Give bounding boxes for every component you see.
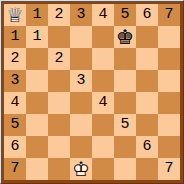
square-h7[interactable] [158, 26, 180, 48]
square-f6[interactable] [114, 48, 136, 70]
square-a1[interactable]: 7 [4, 158, 26, 180]
distance-label: 3 [70, 4, 92, 26]
square-d5[interactable]: 3 [70, 70, 92, 92]
square-c8[interactable]: 2 [48, 4, 70, 26]
square-d2[interactable] [70, 136, 92, 158]
square-g2[interactable]: 6 [136, 136, 158, 158]
square-e5[interactable] [92, 70, 114, 92]
square-f4[interactable] [114, 92, 136, 114]
square-a5[interactable]: 3 [4, 70, 26, 92]
distance-label: 1 [4, 26, 26, 48]
square-g1[interactable] [136, 158, 158, 180]
square-d1[interactable]: ♚♔ [70, 158, 92, 180]
square-g6[interactable] [136, 48, 158, 70]
square-c5[interactable] [48, 70, 70, 92]
distance-label: 5 [114, 114, 136, 136]
distance-label: 2 [4, 48, 26, 70]
square-h8[interactable]: 7 [158, 4, 180, 26]
square-g8[interactable]: 6 [136, 4, 158, 26]
distance-label: 6 [136, 4, 158, 26]
square-f3[interactable]: 5 [114, 114, 136, 136]
square-e4[interactable]: 4 [92, 92, 114, 114]
square-a2[interactable]: 6 [4, 136, 26, 158]
square-a6[interactable]: 2 [4, 48, 26, 70]
distance-label: 7 [158, 4, 180, 26]
square-e3[interactable] [92, 114, 114, 136]
square-e8[interactable]: 4 [92, 4, 114, 26]
black-king-piece[interactable]: ♔ [114, 26, 136, 48]
square-d3[interactable] [70, 114, 92, 136]
distance-label: 6 [4, 136, 26, 158]
board-border: ♛♕123456711♚♔22334455667♚♔7 [1, 1, 183, 183]
white-queen-piece[interactable]: ♕ [4, 4, 26, 26]
distance-label: 4 [4, 92, 26, 114]
square-e6[interactable] [92, 48, 114, 70]
square-b4[interactable] [26, 92, 48, 114]
square-b6[interactable] [26, 48, 48, 70]
square-a4[interactable]: 4 [4, 92, 26, 114]
square-h2[interactable] [158, 136, 180, 158]
square-c7[interactable] [48, 26, 70, 48]
square-b8[interactable]: 1 [26, 4, 48, 26]
square-a8[interactable]: ♛♕ [4, 4, 26, 26]
square-f2[interactable] [114, 136, 136, 158]
square-b7[interactable]: 1 [26, 26, 48, 48]
square-d6[interactable] [70, 48, 92, 70]
square-f5[interactable] [114, 70, 136, 92]
distance-label: 2 [48, 48, 70, 70]
square-f7[interactable]: ♚♔ [114, 26, 136, 48]
square-h6[interactable] [158, 48, 180, 70]
distance-label: 7 [158, 158, 180, 180]
distance-label: 1 [26, 4, 48, 26]
distance-label: 3 [70, 70, 92, 92]
square-d7[interactable] [70, 26, 92, 48]
distance-label: 5 [4, 114, 26, 136]
square-f8[interactable]: 5 [114, 4, 136, 26]
square-c1[interactable] [48, 158, 70, 180]
square-b3[interactable] [26, 114, 48, 136]
square-e2[interactable] [92, 136, 114, 158]
square-d8[interactable]: 3 [70, 4, 92, 26]
square-g5[interactable] [136, 70, 158, 92]
distance-label: 3 [4, 70, 26, 92]
square-e1[interactable] [92, 158, 114, 180]
board-frame: ♛♕123456711♚♔22334455667♚♔7 [0, 0, 184, 184]
square-g4[interactable] [136, 92, 158, 114]
square-c2[interactable] [48, 136, 70, 158]
square-c4[interactable] [48, 92, 70, 114]
distance-label: 1 [26, 26, 48, 48]
chess-board: ♛♕123456711♚♔22334455667♚♔7 [4, 4, 180, 180]
square-g7[interactable] [136, 26, 158, 48]
white-king-piece[interactable]: ♔ [70, 158, 92, 180]
square-a3[interactable]: 5 [4, 114, 26, 136]
square-g3[interactable] [136, 114, 158, 136]
distance-label: 7 [4, 158, 26, 180]
distance-label: 6 [136, 136, 158, 158]
square-f1[interactable] [114, 158, 136, 180]
square-b1[interactable] [26, 158, 48, 180]
square-b2[interactable] [26, 136, 48, 158]
distance-label: 4 [92, 92, 114, 114]
square-h3[interactable] [158, 114, 180, 136]
square-a7[interactable]: 1 [4, 26, 26, 48]
distance-label: 4 [92, 4, 114, 26]
square-e7[interactable] [92, 26, 114, 48]
square-c3[interactable] [48, 114, 70, 136]
square-h4[interactable] [158, 92, 180, 114]
square-c6[interactable]: 2 [48, 48, 70, 70]
square-h5[interactable] [158, 70, 180, 92]
square-d4[interactable] [70, 92, 92, 114]
distance-label: 2 [48, 4, 70, 26]
distance-label: 5 [114, 4, 136, 26]
square-h1[interactable]: 7 [158, 158, 180, 180]
square-b5[interactable] [26, 70, 48, 92]
